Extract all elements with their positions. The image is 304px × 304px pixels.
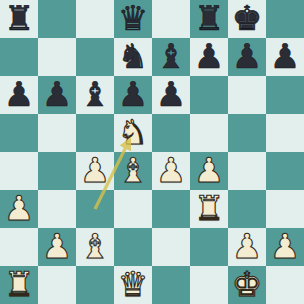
square-h7[interactable]: ♟	[266, 38, 304, 76]
square-d7[interactable]: ♞	[114, 38, 152, 76]
square-h4[interactable]	[266, 152, 304, 190]
square-g2[interactable]: ♟	[228, 228, 266, 266]
square-b5[interactable]	[38, 114, 76, 152]
square-a1[interactable]: ♜	[0, 266, 38, 304]
square-f3[interactable]: ♜	[190, 190, 228, 228]
piece-white-pawn[interactable]: ♟	[42, 229, 72, 263]
piece-black-pawn[interactable]: ♟	[4, 77, 34, 111]
square-c7[interactable]	[76, 38, 114, 76]
square-e3[interactable]	[152, 190, 190, 228]
square-d1[interactable]: ♛	[114, 266, 152, 304]
piece-white-king[interactable]: ♚	[232, 267, 262, 301]
piece-white-pawn[interactable]: ♟	[232, 229, 262, 263]
piece-black-pawn[interactable]: ♟	[118, 77, 148, 111]
piece-black-bishop[interactable]: ♝	[80, 77, 110, 111]
piece-black-pawn[interactable]: ♟	[232, 39, 262, 73]
square-e1[interactable]	[152, 266, 190, 304]
square-h1[interactable]	[266, 266, 304, 304]
square-d4[interactable]: ♝	[114, 152, 152, 190]
square-f5[interactable]	[190, 114, 228, 152]
square-c3[interactable]	[76, 190, 114, 228]
square-g4[interactable]	[228, 152, 266, 190]
square-a8[interactable]: ♜	[0, 0, 38, 38]
square-c8[interactable]	[76, 0, 114, 38]
square-g8[interactable]: ♚	[228, 0, 266, 38]
piece-white-pawn[interactable]: ♟	[194, 153, 224, 187]
square-d6[interactable]: ♟	[114, 76, 152, 114]
square-d8[interactable]: ♛	[114, 0, 152, 38]
square-d5[interactable]: ♞	[114, 114, 152, 152]
piece-black-queen[interactable]: ♛	[118, 1, 148, 35]
square-c1[interactable]	[76, 266, 114, 304]
piece-white-pawn[interactable]: ♟	[156, 153, 186, 187]
piece-white-queen[interactable]: ♛	[118, 267, 148, 301]
piece-black-knight[interactable]: ♞	[118, 39, 148, 73]
square-g5[interactable]	[228, 114, 266, 152]
square-a5[interactable]	[0, 114, 38, 152]
square-e4[interactable]: ♟	[152, 152, 190, 190]
piece-white-pawn[interactable]: ♟	[270, 229, 300, 263]
square-f7[interactable]: ♟	[190, 38, 228, 76]
piece-white-pawn[interactable]: ♟	[4, 191, 34, 225]
square-b7[interactable]	[38, 38, 76, 76]
piece-black-king[interactable]: ♚	[232, 1, 262, 35]
square-b1[interactable]	[38, 266, 76, 304]
square-e7[interactable]: ♝	[152, 38, 190, 76]
piece-black-pawn[interactable]: ♟	[270, 39, 300, 73]
square-f6[interactable]	[190, 76, 228, 114]
square-a3[interactable]: ♟	[0, 190, 38, 228]
piece-black-rook[interactable]: ♜	[194, 1, 224, 35]
square-c2[interactable]: ♝	[76, 228, 114, 266]
square-e2[interactable]	[152, 228, 190, 266]
chess-app: ♜♛♜♚♞♝♟♟♟♟♟♝♟♟♞♟♝♟♟♟♜♟♝♟♟♜♛♚	[0, 0, 304, 304]
square-a4[interactable]	[0, 152, 38, 190]
square-g3[interactable]	[228, 190, 266, 228]
piece-black-pawn[interactable]: ♟	[42, 77, 72, 111]
square-b3[interactable]	[38, 190, 76, 228]
square-b2[interactable]: ♟	[38, 228, 76, 266]
square-h5[interactable]	[266, 114, 304, 152]
square-f2[interactable]	[190, 228, 228, 266]
square-d2[interactable]	[114, 228, 152, 266]
square-h3[interactable]	[266, 190, 304, 228]
square-c4[interactable]: ♟	[76, 152, 114, 190]
chess-board: ♜♛♜♚♞♝♟♟♟♟♟♝♟♟♞♟♝♟♟♟♜♟♝♟♟♜♛♚	[0, 0, 304, 304]
piece-black-pawn[interactable]: ♟	[194, 39, 224, 73]
piece-black-rook[interactable]: ♜	[4, 1, 34, 35]
square-h2[interactable]: ♟	[266, 228, 304, 266]
piece-white-bishop[interactable]: ♝	[118, 153, 148, 187]
square-g1[interactable]: ♚	[228, 266, 266, 304]
piece-white-rook[interactable]: ♜	[4, 267, 34, 301]
square-g7[interactable]: ♟	[228, 38, 266, 76]
square-e8[interactable]	[152, 0, 190, 38]
square-a6[interactable]: ♟	[0, 76, 38, 114]
piece-white-bishop[interactable]: ♝	[80, 229, 110, 263]
square-b8[interactable]	[38, 0, 76, 38]
square-c5[interactable]	[76, 114, 114, 152]
square-g6[interactable]	[228, 76, 266, 114]
square-f4[interactable]: ♟	[190, 152, 228, 190]
square-h8[interactable]	[266, 0, 304, 38]
square-h6[interactable]	[266, 76, 304, 114]
square-c6[interactable]: ♝	[76, 76, 114, 114]
piece-black-pawn[interactable]: ♟	[156, 77, 186, 111]
piece-black-bishop[interactable]: ♝	[156, 39, 186, 73]
piece-white-knight[interactable]: ♞	[118, 115, 148, 149]
square-f1[interactable]	[190, 266, 228, 304]
square-e6[interactable]: ♟	[152, 76, 190, 114]
square-a2[interactable]	[0, 228, 38, 266]
square-f8[interactable]: ♜	[190, 0, 228, 38]
square-b4[interactable]	[38, 152, 76, 190]
piece-white-pawn[interactable]: ♟	[80, 153, 110, 187]
square-b6[interactable]: ♟	[38, 76, 76, 114]
square-d3[interactable]	[114, 190, 152, 228]
piece-white-rook[interactable]: ♜	[194, 191, 224, 225]
square-a7[interactable]	[0, 38, 38, 76]
square-e5[interactable]	[152, 114, 190, 152]
